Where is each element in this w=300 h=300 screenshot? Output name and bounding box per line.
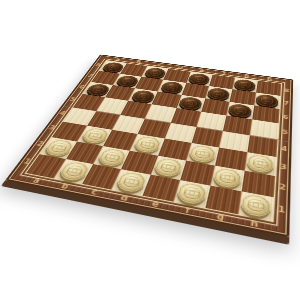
light-piece[interactable]: ⛀ xyxy=(187,143,216,163)
rank-label: 8 xyxy=(280,83,293,97)
light-piece[interactable]: ⛀ xyxy=(114,170,148,193)
light-piece[interactable]: ⛀ xyxy=(240,192,271,218)
rank-label: 5 xyxy=(277,123,292,141)
square-g1[interactable] xyxy=(205,185,241,214)
rank-label: 2 xyxy=(273,175,290,199)
rank-label: 1 xyxy=(272,197,290,224)
checkers-board: abcdefgh abcdefgh 87654321 87654321 ⛂⛂⛂⛂… xyxy=(5,54,293,237)
light-piece[interactable]: ⛀ xyxy=(132,135,162,154)
light-piece[interactable]: ⛀ xyxy=(152,156,183,177)
light-piece[interactable]: ⛀ xyxy=(212,166,242,189)
product-photo: abcdefgh abcdefgh 87654321 87654321 ⛂⛂⛂⛂… xyxy=(0,0,300,300)
play-area: ⛂⛂⛂⛂⛂⛂⛂⛂⛂⛂⛂⛂⛀⛀⛀⛀⛀⛀⛀⛀⛀⛀⛀⛀ xyxy=(26,60,281,220)
square-h1[interactable]: ⛀ xyxy=(238,191,274,221)
rank-label: 4 xyxy=(276,139,291,159)
rank-label: 3 xyxy=(275,156,291,178)
square-f1[interactable]: ⛀ xyxy=(173,179,210,207)
light-piece[interactable]: ⛀ xyxy=(175,181,208,206)
rank-label: 6 xyxy=(278,109,292,125)
perspective-scene: abcdefgh abcdefgh 87654321 87654321 ⛂⛂⛂⛂… xyxy=(0,0,300,300)
rank-label: 7 xyxy=(279,95,292,110)
